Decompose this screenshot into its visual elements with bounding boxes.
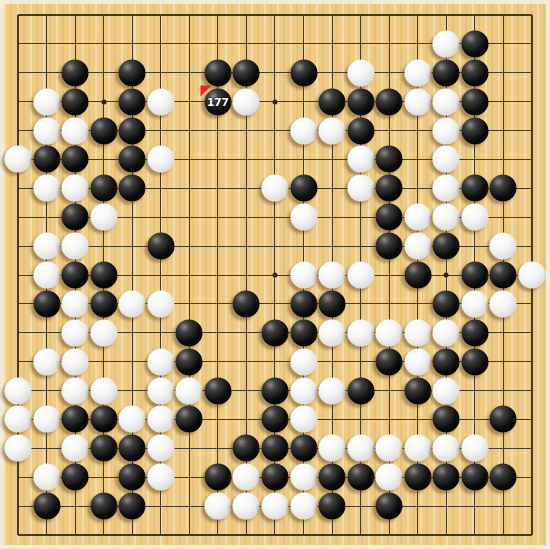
go-game-screenshot: { "game": "go", "board": { "size": 19, "… xyxy=(0,0,550,549)
white-stone xyxy=(147,377,174,404)
white-stone xyxy=(147,435,174,462)
white-stone xyxy=(433,204,460,231)
white-stone xyxy=(319,262,346,289)
black-stone xyxy=(433,290,460,317)
black-stone xyxy=(461,59,488,86)
white-stone xyxy=(119,290,146,317)
move-number-label: 177 xyxy=(204,88,231,115)
black-stone xyxy=(376,146,403,173)
white-stone xyxy=(261,175,288,202)
black-stone xyxy=(376,175,403,202)
black-stone xyxy=(433,348,460,375)
white-stone xyxy=(290,348,317,375)
black-stone xyxy=(176,406,203,433)
black-stone xyxy=(261,319,288,346)
black-stone xyxy=(319,290,346,317)
white-stone xyxy=(376,464,403,491)
black-stone xyxy=(433,406,460,433)
white-stone xyxy=(433,117,460,144)
white-stone xyxy=(347,59,374,86)
white-stone xyxy=(261,493,288,520)
white-stone xyxy=(433,146,460,173)
white-stone xyxy=(490,290,517,317)
white-stone xyxy=(290,493,317,520)
black-stone xyxy=(376,348,403,375)
white-stone xyxy=(319,377,346,404)
black-stone xyxy=(376,493,403,520)
star-point xyxy=(444,273,449,278)
white-stone xyxy=(62,377,89,404)
black-stone xyxy=(233,435,260,462)
black-stone xyxy=(261,464,288,491)
black-stone xyxy=(62,406,89,433)
black-stone xyxy=(90,493,117,520)
black-stone xyxy=(62,262,89,289)
black-stone xyxy=(62,204,89,231)
black-stone xyxy=(347,464,374,491)
white-stone xyxy=(404,204,431,231)
black-stone xyxy=(376,88,403,115)
black-stone xyxy=(204,464,231,491)
black-stone xyxy=(404,377,431,404)
black-stone xyxy=(119,59,146,86)
black-stone xyxy=(204,377,231,404)
black-stone xyxy=(433,464,460,491)
black-stone xyxy=(119,175,146,202)
white-stone xyxy=(433,175,460,202)
white-stone xyxy=(90,204,117,231)
black-stone xyxy=(376,204,403,231)
white-stone xyxy=(490,233,517,260)
white-stone xyxy=(62,319,89,346)
black-stone xyxy=(461,88,488,115)
white-stone xyxy=(518,262,545,289)
white-stone xyxy=(5,435,32,462)
black-stone xyxy=(261,377,288,404)
black-stone xyxy=(490,464,517,491)
black-stone xyxy=(119,88,146,115)
white-stone xyxy=(404,319,431,346)
black-stone xyxy=(261,406,288,433)
white-stone xyxy=(290,204,317,231)
white-stone xyxy=(33,175,60,202)
white-stone xyxy=(119,406,146,433)
black-stone xyxy=(319,88,346,115)
white-stone xyxy=(5,377,32,404)
white-stone xyxy=(433,377,460,404)
black-stone xyxy=(433,233,460,260)
white-stone xyxy=(404,88,431,115)
grid-line-horizontal xyxy=(18,534,531,536)
white-stone xyxy=(319,319,346,346)
white-stone xyxy=(233,493,260,520)
black-stone xyxy=(119,464,146,491)
black-stone xyxy=(33,493,60,520)
white-stone xyxy=(90,319,117,346)
white-stone xyxy=(62,290,89,317)
black-stone xyxy=(290,435,317,462)
black-stone xyxy=(461,175,488,202)
black-stone xyxy=(490,175,517,202)
black-stone xyxy=(404,262,431,289)
white-stone xyxy=(147,290,174,317)
white-stone xyxy=(147,406,174,433)
white-stone xyxy=(33,262,60,289)
black-stone xyxy=(347,117,374,144)
black-stone xyxy=(290,319,317,346)
white-stone xyxy=(33,406,60,433)
white-stone xyxy=(290,262,317,289)
white-stone xyxy=(90,377,117,404)
white-stone xyxy=(347,319,374,346)
white-stone xyxy=(147,348,174,375)
white-stone xyxy=(376,435,403,462)
white-stone xyxy=(5,146,32,173)
black-stone xyxy=(62,464,89,491)
white-stone xyxy=(433,30,460,57)
white-stone xyxy=(433,88,460,115)
white-stone xyxy=(5,406,32,433)
black-stone xyxy=(176,319,203,346)
white-stone xyxy=(433,319,460,346)
black-stone xyxy=(33,290,60,317)
white-stone xyxy=(347,435,374,462)
white-stone xyxy=(33,348,60,375)
black-stone xyxy=(290,175,317,202)
star-point xyxy=(101,99,106,104)
black-stone xyxy=(119,493,146,520)
white-stone xyxy=(62,348,89,375)
black-stone xyxy=(90,406,117,433)
black-stone xyxy=(490,262,517,289)
black-stone xyxy=(461,30,488,57)
white-stone xyxy=(404,233,431,260)
white-stone xyxy=(33,88,60,115)
black-stone xyxy=(90,290,117,317)
black-stone xyxy=(33,146,60,173)
star-point xyxy=(272,99,277,104)
white-stone xyxy=(204,493,231,520)
black-stone xyxy=(62,88,89,115)
black-stone xyxy=(290,59,317,86)
white-stone xyxy=(233,464,260,491)
black-stone xyxy=(290,290,317,317)
white-stone xyxy=(176,377,203,404)
black-stone xyxy=(90,117,117,144)
black-stone xyxy=(461,464,488,491)
white-stone xyxy=(347,175,374,202)
black-stone xyxy=(404,464,431,491)
black-stone xyxy=(461,117,488,144)
black-stone xyxy=(204,59,231,86)
white-stone xyxy=(461,290,488,317)
black-stone xyxy=(261,435,288,462)
black-stone xyxy=(119,146,146,173)
black-stone xyxy=(90,435,117,462)
star-point xyxy=(272,273,277,278)
black-stone xyxy=(461,348,488,375)
black-stone xyxy=(233,290,260,317)
black-stone xyxy=(233,59,260,86)
white-stone xyxy=(433,435,460,462)
black-stone xyxy=(347,377,374,404)
white-stone xyxy=(33,117,60,144)
white-stone xyxy=(461,435,488,462)
white-stone xyxy=(319,117,346,144)
white-stone xyxy=(319,435,346,462)
white-stone xyxy=(347,146,374,173)
white-stone xyxy=(290,464,317,491)
white-stone xyxy=(290,117,317,144)
black-stone xyxy=(90,262,117,289)
white-stone xyxy=(347,262,374,289)
white-stone xyxy=(233,88,260,115)
white-stone xyxy=(62,117,89,144)
black-stone: 177 xyxy=(204,88,231,115)
white-stone xyxy=(147,146,174,173)
white-stone xyxy=(404,59,431,86)
white-stone xyxy=(62,233,89,260)
white-stone xyxy=(147,88,174,115)
white-stone xyxy=(461,204,488,231)
black-stone xyxy=(461,262,488,289)
black-stone xyxy=(319,464,346,491)
black-stone xyxy=(119,117,146,144)
black-stone xyxy=(176,348,203,375)
white-stone xyxy=(62,435,89,462)
black-stone xyxy=(90,175,117,202)
white-stone xyxy=(33,233,60,260)
black-stone xyxy=(376,233,403,260)
white-stone xyxy=(290,377,317,404)
black-stone xyxy=(461,319,488,346)
white-stone xyxy=(147,464,174,491)
white-stone xyxy=(404,348,431,375)
go-board[interactable]: 177 xyxy=(4,4,546,545)
black-stone xyxy=(490,406,517,433)
white-stone xyxy=(290,406,317,433)
white-stone xyxy=(376,319,403,346)
white-stone xyxy=(404,435,431,462)
black-stone xyxy=(119,435,146,462)
black-stone xyxy=(147,233,174,260)
black-stone xyxy=(319,493,346,520)
white-stone xyxy=(33,464,60,491)
black-stone xyxy=(62,59,89,86)
black-stone xyxy=(347,88,374,115)
white-stone xyxy=(62,175,89,202)
black-stone xyxy=(62,146,89,173)
black-stone xyxy=(433,59,460,86)
